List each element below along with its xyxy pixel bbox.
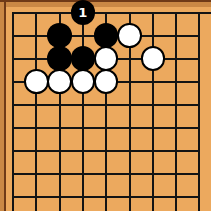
grid-line-vertical <box>198 12 200 212</box>
move-number-label: 1 <box>78 5 87 18</box>
stone-white <box>24 69 49 94</box>
stone-white <box>94 46 119 71</box>
grid-line-vertical <box>12 12 14 212</box>
stone-black <box>71 46 96 71</box>
grid-line-vertical <box>35 12 37 212</box>
stone-black <box>47 23 72 48</box>
stone-white <box>47 69 72 94</box>
stone-white <box>141 46 166 71</box>
stone-white <box>94 69 119 94</box>
grid-line-vertical <box>175 12 177 212</box>
grid-line-vertical <box>152 12 154 212</box>
go-board: 1 <box>0 0 211 211</box>
grid-line-vertical <box>82 12 84 212</box>
board-edge-top-band <box>6 2 211 7</box>
board-edge-left-line <box>4 2 6 211</box>
stone-black-marked: 1 <box>71 0 96 25</box>
stone-black <box>47 46 72 71</box>
grid-line-horizontal <box>12 12 211 14</box>
stone-white <box>117 23 142 48</box>
stone-black <box>94 23 119 48</box>
stone-white <box>71 69 96 94</box>
